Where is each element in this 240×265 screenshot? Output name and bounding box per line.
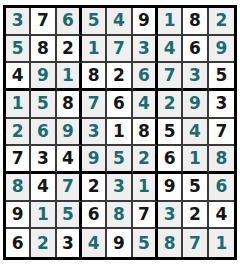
cell-r5c6[interactable]: 8 <box>133 119 158 147</box>
cell-r3c8[interactable]: 3 <box>183 63 208 91</box>
cell-r6c2[interactable]: 3 <box>31 146 56 174</box>
cell-r3c5[interactable]: 2 <box>107 63 132 91</box>
cell-r3c9[interactable]: 5 <box>209 63 234 91</box>
cell-r5c8[interactable]: 4 <box>183 119 208 147</box>
cell-r7c4[interactable]: 2 <box>82 174 107 202</box>
cell-r2c9[interactable]: 9 <box>209 36 234 64</box>
cell-r1c8[interactable]: 8 <box>183 8 208 36</box>
cell-r2c4[interactable]: 1 <box>82 36 107 64</box>
cell-r9c8[interactable]: 7 <box>183 229 208 257</box>
cell-r2c7[interactable]: 4 <box>158 36 183 64</box>
cell-r6c9[interactable]: 8 <box>209 146 234 174</box>
cell-r6c4[interactable]: 9 <box>82 146 107 174</box>
cell-r7c5[interactable]: 3 <box>107 174 132 202</box>
cell-r3c7[interactable]: 7 <box>158 63 183 91</box>
cell-r1c3[interactable]: 6 <box>57 8 82 36</box>
cell-r3c4[interactable]: 8 <box>82 63 107 91</box>
cell-r9c6[interactable]: 5 <box>133 229 158 257</box>
cell-r8c7[interactable]: 3 <box>158 202 183 230</box>
cell-r5c3[interactable]: 9 <box>57 119 82 147</box>
cell-r9c4[interactable]: 4 <box>82 229 107 257</box>
cell-r6c1[interactable]: 7 <box>6 146 31 174</box>
cell-r9c7[interactable]: 8 <box>158 229 183 257</box>
sudoku-board: 3765491825821734694918267351587642932693… <box>3 5 237 260</box>
cell-r8c4[interactable]: 6 <box>82 202 107 230</box>
cell-r2c5[interactable]: 7 <box>107 36 132 64</box>
cell-r6c6[interactable]: 2 <box>133 146 158 174</box>
cell-r5c7[interactable]: 5 <box>158 119 183 147</box>
cell-r7c1[interactable]: 8 <box>6 174 31 202</box>
cell-r9c3[interactable]: 3 <box>57 229 82 257</box>
cell-r4c5[interactable]: 6 <box>107 91 132 119</box>
cell-r4c9[interactable]: 3 <box>209 91 234 119</box>
cell-r2c3[interactable]: 2 <box>57 36 82 64</box>
cell-r8c9[interactable]: 4 <box>209 202 234 230</box>
cell-r4c1[interactable]: 1 <box>6 91 31 119</box>
cell-r4c6[interactable]: 4 <box>133 91 158 119</box>
cell-r4c3[interactable]: 8 <box>57 91 82 119</box>
cell-r5c1[interactable]: 2 <box>6 119 31 147</box>
cell-r8c5[interactable]: 8 <box>107 202 132 230</box>
cell-r9c5[interactable]: 9 <box>107 229 132 257</box>
cell-r4c4[interactable]: 7 <box>82 91 107 119</box>
cell-r2c2[interactable]: 8 <box>31 36 56 64</box>
cell-r3c3[interactable]: 1 <box>57 63 82 91</box>
cell-r4c2[interactable]: 5 <box>31 91 56 119</box>
cell-r1c6[interactable]: 9 <box>133 8 158 36</box>
cell-r1c2[interactable]: 7 <box>31 8 56 36</box>
cell-r7c6[interactable]: 1 <box>133 174 158 202</box>
cell-r7c8[interactable]: 5 <box>183 174 208 202</box>
cell-r8c8[interactable]: 2 <box>183 202 208 230</box>
cell-r3c1[interactable]: 4 <box>6 63 31 91</box>
cell-r7c9[interactable]: 6 <box>209 174 234 202</box>
cell-r8c2[interactable]: 1 <box>31 202 56 230</box>
cell-r2c1[interactable]: 5 <box>6 36 31 64</box>
cell-r1c4[interactable]: 5 <box>82 8 107 36</box>
cell-r1c5[interactable]: 4 <box>107 8 132 36</box>
cell-r2c8[interactable]: 6 <box>183 36 208 64</box>
cell-r4c7[interactable]: 2 <box>158 91 183 119</box>
cell-r1c7[interactable]: 1 <box>158 8 183 36</box>
cell-r7c3[interactable]: 7 <box>57 174 82 202</box>
cell-r6c7[interactable]: 6 <box>158 146 183 174</box>
cell-r6c5[interactable]: 5 <box>107 146 132 174</box>
cell-r6c3[interactable]: 4 <box>57 146 82 174</box>
cell-r5c5[interactable]: 1 <box>107 119 132 147</box>
cell-r5c9[interactable]: 7 <box>209 119 234 147</box>
cell-r1c1[interactable]: 3 <box>6 8 31 36</box>
cell-r4c8[interactable]: 9 <box>183 91 208 119</box>
cell-r2c6[interactable]: 3 <box>133 36 158 64</box>
cell-r9c1[interactable]: 6 <box>6 229 31 257</box>
cell-r8c1[interactable]: 9 <box>6 202 31 230</box>
sudoku-board-frame: 3765491825821734694918267351587642932693… <box>3 5 237 260</box>
cell-r9c9[interactable]: 1 <box>209 229 234 257</box>
cell-r3c2[interactable]: 9 <box>31 63 56 91</box>
cell-r5c4[interactable]: 3 <box>82 119 107 147</box>
cell-r7c2[interactable]: 4 <box>31 174 56 202</box>
cell-r7c7[interactable]: 9 <box>158 174 183 202</box>
cell-r8c6[interactable]: 7 <box>133 202 158 230</box>
cell-r1c9[interactable]: 2 <box>209 8 234 36</box>
cell-r9c2[interactable]: 2 <box>31 229 56 257</box>
cell-r6c8[interactable]: 1 <box>183 146 208 174</box>
cell-r8c3[interactable]: 5 <box>57 202 82 230</box>
cell-r3c6[interactable]: 6 <box>133 63 158 91</box>
cell-r5c2[interactable]: 6 <box>31 119 56 147</box>
